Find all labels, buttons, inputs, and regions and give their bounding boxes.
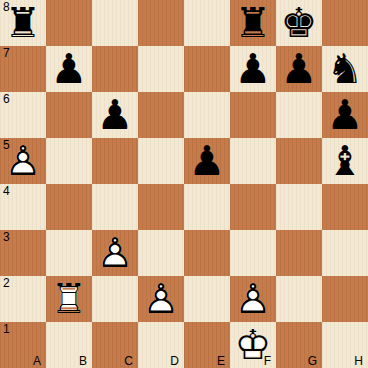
file-label-b: B [79, 355, 87, 367]
black-pawn-glyph: ♟ [184, 138, 230, 184]
piece-black-pawn[interactable]: ♟♟ [184, 138, 230, 184]
square-d8[interactable] [138, 0, 184, 46]
file-label-c: C [124, 355, 133, 367]
square-h8[interactable] [322, 0, 368, 46]
white-rook-outline: ♖ [46, 276, 92, 322]
square-d3[interactable] [138, 230, 184, 276]
rank-label-2: 2 [3, 277, 10, 289]
square-b6[interactable] [46, 92, 92, 138]
square-e4[interactable] [184, 184, 230, 230]
square-b1[interactable]: B [46, 322, 92, 368]
square-a7[interactable]: 7 [0, 46, 46, 92]
square-a5[interactable]: 5♟♙ [0, 138, 46, 184]
square-h1[interactable]: H [322, 322, 368, 368]
black-king-glyph: ♚ [276, 0, 322, 46]
square-d2[interactable]: ♟♙ [138, 276, 184, 322]
piece-black-pawn[interactable]: ♟♟ [92, 92, 138, 138]
square-d7[interactable] [138, 46, 184, 92]
file-label-f: F [264, 355, 271, 367]
black-pawn-glyph: ♟ [322, 92, 368, 138]
square-e5[interactable]: ♟♟ [184, 138, 230, 184]
piece-white-pawn[interactable]: ♟♙ [92, 230, 138, 276]
file-label-e: E [217, 355, 225, 367]
square-c3[interactable]: ♟♙ [92, 230, 138, 276]
chess-board: 8♜♜♜♜♚♚7♟♟♟♟♟♟♞♞6♟♟♟♟5♟♙♟♟♝♝43♟♙2♜♖♟♙♟♙1… [0, 0, 368, 368]
white-pawn-outline: ♙ [138, 276, 184, 322]
square-e6[interactable] [184, 92, 230, 138]
square-g7[interactable]: ♟♟ [276, 46, 322, 92]
square-h4[interactable] [322, 184, 368, 230]
square-b3[interactable] [46, 230, 92, 276]
square-a3[interactable]: 3 [0, 230, 46, 276]
square-e7[interactable] [184, 46, 230, 92]
rank-label-3: 3 [3, 231, 10, 243]
square-h7[interactable]: ♞♞ [322, 46, 368, 92]
white-pawn-outline: ♙ [92, 230, 138, 276]
piece-black-pawn[interactable]: ♟♟ [46, 46, 92, 92]
rank-label-8: 8 [3, 1, 10, 13]
black-pawn-glyph: ♟ [276, 46, 322, 92]
rank-label-6: 6 [3, 93, 10, 105]
file-label-g: G [308, 355, 317, 367]
rank-label-1: 1 [3, 323, 10, 335]
square-c1[interactable]: C [92, 322, 138, 368]
square-c7[interactable] [92, 46, 138, 92]
piece-black-knight[interactable]: ♞♞ [322, 46, 368, 92]
piece-black-rook[interactable]: ♜♜ [230, 0, 276, 46]
square-e2[interactable] [184, 276, 230, 322]
piece-white-pawn[interactable]: ♟♙ [230, 276, 276, 322]
square-f2[interactable]: ♟♙ [230, 276, 276, 322]
square-g6[interactable] [276, 92, 322, 138]
file-label-a: A [33, 355, 41, 367]
square-c8[interactable] [92, 0, 138, 46]
square-b7[interactable]: ♟♟ [46, 46, 92, 92]
square-c4[interactable] [92, 184, 138, 230]
piece-black-king[interactable]: ♚♚ [276, 0, 322, 46]
square-a8[interactable]: 8♜♜ [0, 0, 46, 46]
square-c5[interactable] [92, 138, 138, 184]
piece-black-bishop[interactable]: ♝♝ [322, 138, 368, 184]
square-b4[interactable] [46, 184, 92, 230]
black-pawn-glyph: ♟ [92, 92, 138, 138]
square-a2[interactable]: 2 [0, 276, 46, 322]
square-h2[interactable] [322, 276, 368, 322]
square-f4[interactable] [230, 184, 276, 230]
square-d4[interactable] [138, 184, 184, 230]
square-h5[interactable]: ♝♝ [322, 138, 368, 184]
piece-black-pawn[interactable]: ♟♟ [230, 46, 276, 92]
square-h6[interactable]: ♟♟ [322, 92, 368, 138]
black-rook-glyph: ♜ [230, 0, 276, 46]
square-a6[interactable]: 6 [0, 92, 46, 138]
square-g1[interactable]: G [276, 322, 322, 368]
square-c2[interactable] [92, 276, 138, 322]
black-bishop-glyph: ♝ [322, 138, 368, 184]
square-c6[interactable]: ♟♟ [92, 92, 138, 138]
rank-label-4: 4 [3, 185, 10, 197]
square-a1[interactable]: 1A [0, 322, 46, 368]
rank-label-7: 7 [3, 47, 10, 59]
white-pawn-outline: ♙ [230, 276, 276, 322]
square-e1[interactable]: E [184, 322, 230, 368]
square-a4[interactable]: 4 [0, 184, 46, 230]
piece-white-rook[interactable]: ♜♖ [46, 276, 92, 322]
square-b5[interactable] [46, 138, 92, 184]
square-d6[interactable] [138, 92, 184, 138]
square-h3[interactable] [322, 230, 368, 276]
square-g3[interactable] [276, 230, 322, 276]
square-g5[interactable] [276, 138, 322, 184]
square-b2[interactable]: ♜♖ [46, 276, 92, 322]
square-g2[interactable] [276, 276, 322, 322]
square-b8[interactable] [46, 0, 92, 46]
piece-white-pawn[interactable]: ♟♙ [138, 276, 184, 322]
square-d5[interactable] [138, 138, 184, 184]
file-label-d: D [170, 355, 179, 367]
square-g4[interactable] [276, 184, 322, 230]
square-f7[interactable]: ♟♟ [230, 46, 276, 92]
square-f3[interactable] [230, 230, 276, 276]
piece-black-pawn[interactable]: ♟♟ [276, 46, 322, 92]
square-f8[interactable]: ♜♜ [230, 0, 276, 46]
square-f1[interactable]: F♚♔ [230, 322, 276, 368]
square-g8[interactable]: ♚♚ [276, 0, 322, 46]
square-f6[interactable] [230, 92, 276, 138]
black-knight-glyph: ♞ [322, 46, 368, 92]
square-e8[interactable] [184, 0, 230, 46]
square-e3[interactable] [184, 230, 230, 276]
piece-black-pawn[interactable]: ♟♟ [322, 92, 368, 138]
black-pawn-glyph: ♟ [46, 46, 92, 92]
rank-label-5: 5 [3, 139, 10, 151]
square-d1[interactable]: D [138, 322, 184, 368]
file-label-h: H [354, 355, 363, 367]
black-pawn-glyph: ♟ [230, 46, 276, 92]
square-f5[interactable] [230, 138, 276, 184]
